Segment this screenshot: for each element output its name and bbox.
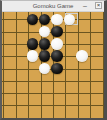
- board[interactable]: [2, 12, 104, 118]
- white-stone: [51, 38, 63, 50]
- grid-line-vertical: [78, 12, 79, 118]
- grid-line-vertical: [3, 12, 4, 118]
- grid-line-vertical: [16, 12, 17, 118]
- white-stone: [39, 26, 51, 38]
- white-stone: [39, 63, 51, 75]
- black-stone: [39, 50, 51, 62]
- black-stone: [51, 63, 63, 75]
- grid-line-horizontal: [2, 105, 104, 106]
- grid-line-horizontal: [2, 93, 104, 94]
- black-stone: [27, 14, 39, 26]
- grid-line-vertical: [28, 12, 29, 118]
- black-stone: [39, 14, 51, 26]
- black-stone: [51, 50, 63, 62]
- white-stone: [51, 14, 63, 26]
- black-stone: [27, 38, 39, 50]
- white-stone: [27, 50, 39, 62]
- title-bar[interactable]: Gomoku Game – ×: [2, 1, 104, 12]
- window-title: Gomoku Game: [2, 2, 104, 11]
- grid-line-vertical: [103, 12, 104, 118]
- grid-line-vertical: [65, 12, 66, 118]
- minimize-button[interactable]: –: [83, 1, 87, 11]
- grid-line-vertical: [90, 12, 91, 118]
- close-button[interactable]: ×: [95, 2, 102, 9]
- white-stone: [76, 50, 88, 62]
- black-stone: [39, 38, 51, 50]
- grid-line-horizontal: [2, 118, 104, 119]
- app-window: Gomoku Game – ×: [0, 0, 107, 120]
- grid-line-horizontal: [2, 81, 104, 82]
- black-stone: [51, 26, 63, 38]
